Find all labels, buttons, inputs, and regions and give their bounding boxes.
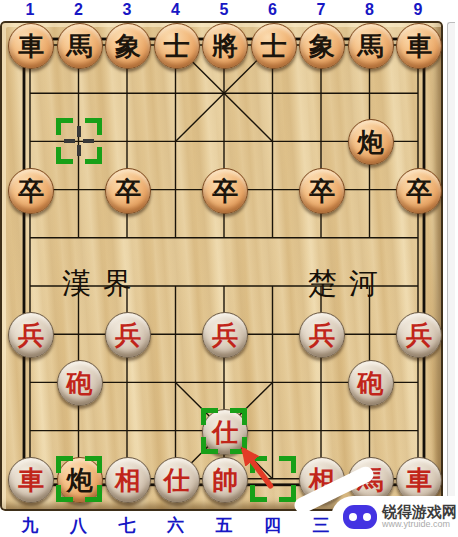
top-col-label-9: 9 xyxy=(405,1,431,19)
watermark-url: www.ytruide.com xyxy=(382,520,457,529)
piece-red-soldier[interactable]: 兵 xyxy=(299,312,345,358)
top-col-label-5: 5 xyxy=(211,1,237,19)
piece-red-soldier[interactable]: 兵 xyxy=(202,312,248,358)
top-col-label-1: 1 xyxy=(17,1,43,19)
piece-black-chariot[interactable]: 車 xyxy=(396,23,442,69)
piece-black-horse[interactable]: 馬 xyxy=(57,23,103,69)
bottom-col-label-4: 六 xyxy=(163,514,189,537)
piece-black-general[interactable]: 將 xyxy=(202,23,248,69)
xiangqi-app-window: 123456789 漢界 楚河 車馬象士將士象馬車炮卒卒卒卒卒兵兵兵兵兵砲砲仕車… xyxy=(0,0,458,537)
bottom-col-label-2: 八 xyxy=(66,514,92,537)
river-label-chuhe: 楚河 xyxy=(308,263,390,303)
piece-red-soldier[interactable]: 兵 xyxy=(105,312,151,358)
panel-border-line xyxy=(447,22,455,537)
side-panel-edge xyxy=(443,0,458,537)
piece-red-chariot[interactable]: 車 xyxy=(8,457,54,503)
bottom-col-label-1: 九 xyxy=(17,514,43,537)
bottom-col-label-5: 五 xyxy=(211,514,237,537)
piece-red-advisor[interactable]: 仕 xyxy=(154,457,200,503)
piece-black-soldier[interactable]: 卒 xyxy=(299,168,345,214)
piece-black-horse[interactable]: 馬 xyxy=(348,23,394,69)
piece-black-advisor[interactable]: 士 xyxy=(154,23,200,69)
river-label-hanjie: 漢界 xyxy=(62,263,144,303)
piece-red-cannon[interactable]: 砲 xyxy=(348,360,394,406)
top-col-label-2: 2 xyxy=(66,1,92,19)
piece-black-elephant[interactable]: 象 xyxy=(299,23,345,69)
xiangqi-board[interactable]: 漢界 楚河 車馬象士將士象馬車炮卒卒卒卒卒兵兵兵兵兵砲砲仕車炮相仕帥相馬車 xyxy=(0,21,443,511)
bottom-col-label-3: 七 xyxy=(114,514,140,537)
piece-black-soldier[interactable]: 卒 xyxy=(105,168,151,214)
piece-black-cannon[interactable]: 炮 xyxy=(57,457,103,503)
piece-red-cannon[interactable]: 砲 xyxy=(57,360,103,406)
piece-black-elephant[interactable]: 象 xyxy=(105,23,151,69)
piece-red-soldier[interactable]: 兵 xyxy=(396,312,442,358)
piece-black-soldier[interactable]: 卒 xyxy=(396,168,442,214)
watermark-title: 锐得游戏网 xyxy=(382,504,457,520)
piece-black-soldier[interactable]: 卒 xyxy=(202,168,248,214)
top-col-label-7: 7 xyxy=(308,1,334,19)
piece-black-cannon[interactable]: 炮 xyxy=(348,119,394,165)
bottom-col-label-6: 四 xyxy=(260,514,286,537)
piece-red-general[interactable]: 帥 xyxy=(202,457,248,503)
top-column-labels: 123456789 xyxy=(0,0,458,21)
piece-red-soldier[interactable]: 兵 xyxy=(8,312,54,358)
top-col-label-3: 3 xyxy=(114,1,140,19)
piece-black-chariot[interactable]: 車 xyxy=(8,23,54,69)
top-col-label-4: 4 xyxy=(163,1,189,19)
piece-red-advisor[interactable]: 仕 xyxy=(202,409,248,455)
piece-red-elephant[interactable]: 相 xyxy=(105,457,151,503)
gamepad-icon xyxy=(343,505,377,529)
top-col-label-8: 8 xyxy=(357,1,383,19)
top-col-label-6: 6 xyxy=(260,1,286,19)
watermark-badge: 锐得游戏网 www.ytruide.com xyxy=(331,496,458,537)
piece-black-soldier[interactable]: 卒 xyxy=(8,168,54,214)
piece-black-advisor[interactable]: 士 xyxy=(251,23,297,69)
